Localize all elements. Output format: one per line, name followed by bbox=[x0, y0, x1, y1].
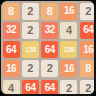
tile-r1c5-2: 2 bbox=[80, 3, 96, 20]
tile-r3c3-64: 64 bbox=[41, 41, 58, 58]
tile-r4c4-16: 16 bbox=[60, 60, 77, 77]
tile-r3c1-64: 64 bbox=[3, 41, 20, 58]
tile-r5c4-2: 2 bbox=[60, 80, 77, 96]
tile-r2c1-32: 32 bbox=[3, 22, 20, 39]
game-frame: 8281623223246464128641281616221684646422 bbox=[0, 0, 96, 96]
tile-r1c2-2: 2 bbox=[22, 3, 39, 20]
tile-r2c2-2: 2 bbox=[22, 22, 39, 39]
tile-r2c4-4: 4 bbox=[60, 22, 77, 39]
tile-r5c1-4: 4 bbox=[3, 80, 20, 96]
tile-r4c1-16: 16 bbox=[3, 60, 20, 77]
tile-r5c2-64: 64 bbox=[22, 80, 39, 96]
tile-r3c2-128: 128 bbox=[22, 41, 39, 58]
tile-r2c3-32: 32 bbox=[41, 22, 58, 39]
tile-r5c5-2: 2 bbox=[80, 80, 96, 96]
tile-r3c4-128: 128 bbox=[60, 41, 77, 58]
tile-r5c3-64: 64 bbox=[41, 80, 58, 96]
tile-r1c3-8: 8 bbox=[41, 3, 58, 20]
game-board-2048[interactable]: 8281623223246464128641281616221684646422 bbox=[3, 3, 96, 96]
tile-r4c3-2: 2 bbox=[41, 60, 58, 77]
tile-r4c5-8: 8 bbox=[80, 60, 96, 77]
tile-r1c4-16: 16 bbox=[60, 3, 77, 20]
tile-r1c1-8: 8 bbox=[3, 3, 20, 20]
tile-r4c2-2: 2 bbox=[22, 60, 39, 77]
tile-r3c5-16: 16 bbox=[80, 41, 96, 58]
tile-r2c5-64: 64 bbox=[80, 22, 96, 39]
